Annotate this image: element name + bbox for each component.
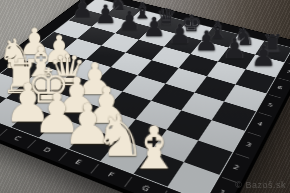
square-a8[interactable] — [83, 0, 118, 15]
black-rook-glyph: ♜ — [261, 31, 283, 56]
piece-black-knight-g8[interactable]: ♞ — [229, 34, 266, 54]
square-a7[interactable] — [69, 9, 105, 26]
square-f7[interactable] — [190, 40, 228, 61]
piece-black-bishop-f8[interactable]: ♝ — [202, 28, 238, 48]
piece-black-pawn-a7[interactable]: ♟ — [69, 9, 105, 26]
square-b7[interactable] — [92, 15, 128, 33]
black-pawn-glyph: ♟ — [94, 2, 117, 27]
black-pawn-glyph: ♟ — [117, 8, 140, 34]
chess-board: ♜♞♝♛♚♝♞♜♟♟♟♟♟♟♟♟♟♟♞♝♛♟♜♜♚♟♟♟♟♟♞♝ ABCDEFG… — [0, 0, 290, 193]
square-d8[interactable] — [152, 16, 188, 34]
rank-label-8: 8 — [287, 48, 290, 65]
piece-black-pawn-e7[interactable]: ♟ — [165, 33, 203, 53]
black-king-glyph: ♚ — [181, 11, 202, 34]
watermark: © Bazoš.sk — [235, 180, 286, 190]
square-g7[interactable] — [218, 47, 256, 69]
square-e6[interactable] — [151, 46, 190, 68]
piece-black-pawn-d7[interactable]: ♟ — [139, 27, 176, 46]
piece-black-rook-a8[interactable]: ♜ — [83, 0, 118, 15]
piece-black-pawn-h7[interactable]: ♟ — [247, 54, 285, 77]
piece-black-pawn-c7[interactable]: ♟ — [115, 21, 152, 40]
square-b6[interactable] — [77, 26, 115, 45]
black-pawn-glyph: ♟ — [142, 14, 166, 40]
square-f6[interactable] — [178, 54, 217, 77]
square-d6[interactable] — [126, 40, 165, 61]
pieces-layer: ♜♞♝♛♚♝♞♜♟♟♟♟♟♟♟♟♟♟♞♝♛♟♜♜♚♟♟♟♟♟♞♝ — [0, 0, 290, 193]
square-e8[interactable] — [176, 22, 212, 41]
square-g8[interactable] — [228, 34, 264, 54]
square-d7[interactable] — [139, 27, 176, 46]
square-c8[interactable] — [128, 10, 163, 27]
black-pawn-glyph: ♟ — [250, 42, 276, 71]
square-a6[interactable] — [54, 20, 92, 39]
square-c6[interactable] — [101, 33, 139, 53]
piece-black-rook-h8[interactable]: ♜ — [256, 41, 290, 62]
black-pawn-glyph: ♟ — [71, 0, 93, 21]
white-bishop-glyph: ♝ — [127, 118, 180, 177]
piece-black-pawn-f7[interactable]: ♟ — [191, 40, 229, 61]
square-d5[interactable] — [111, 53, 151, 75]
piece-black-pawn-g7[interactable]: ♟ — [218, 47, 256, 69]
rank-label-7: 7 — [279, 63, 290, 82]
photo-background: ♜♞♝♛♚♝♞♜♟♟♟♟♟♟♟♟♟♟♞♝♛♟♜♜♚♟♟♟♟♟♞♝ ABCDEFG… — [0, 0, 290, 193]
piece-black-bishop-c8[interactable]: ♝ — [128, 9, 164, 26]
square-c7[interactable] — [115, 21, 152, 40]
black-rook-glyph: ♜ — [87, 0, 106, 10]
square-h8[interactable] — [256, 41, 290, 62]
square-e7[interactable] — [164, 34, 201, 54]
black-pawn-glyph: ♟ — [194, 28, 219, 55]
piece-black-knight-b8[interactable]: ♞ — [105, 4, 140, 21]
piece-black-king-e8[interactable]: ♚ — [177, 21, 213, 40]
black-pawn-glyph: ♟ — [167, 21, 191, 48]
square-b8[interactable] — [105, 4, 140, 21]
black-bishop-glyph: ♝ — [206, 18, 227, 42]
piece-black-queen-d8[interactable]: ♛ — [152, 15, 188, 33]
square-f8[interactable] — [202, 28, 238, 47]
square-h7[interactable] — [246, 55, 284, 78]
black-pawn-glyph: ♟ — [222, 35, 247, 63]
black-knight-glyph: ♞ — [233, 24, 255, 48]
black-bishop-glyph: ♝ — [132, 0, 152, 22]
black-knight-glyph: ♞ — [109, 0, 129, 16]
piece-black-pawn-b7[interactable]: ♟ — [91, 15, 128, 33]
board-scene: ♜♞♝♛♚♝♞♜♟♟♟♟♟♟♟♟♟♟♞♝♛♟♜♜♚♟♟♟♟♟♞♝ ABCDEFG… — [0, 0, 290, 193]
black-queen-glyph: ♛ — [156, 5, 176, 28]
